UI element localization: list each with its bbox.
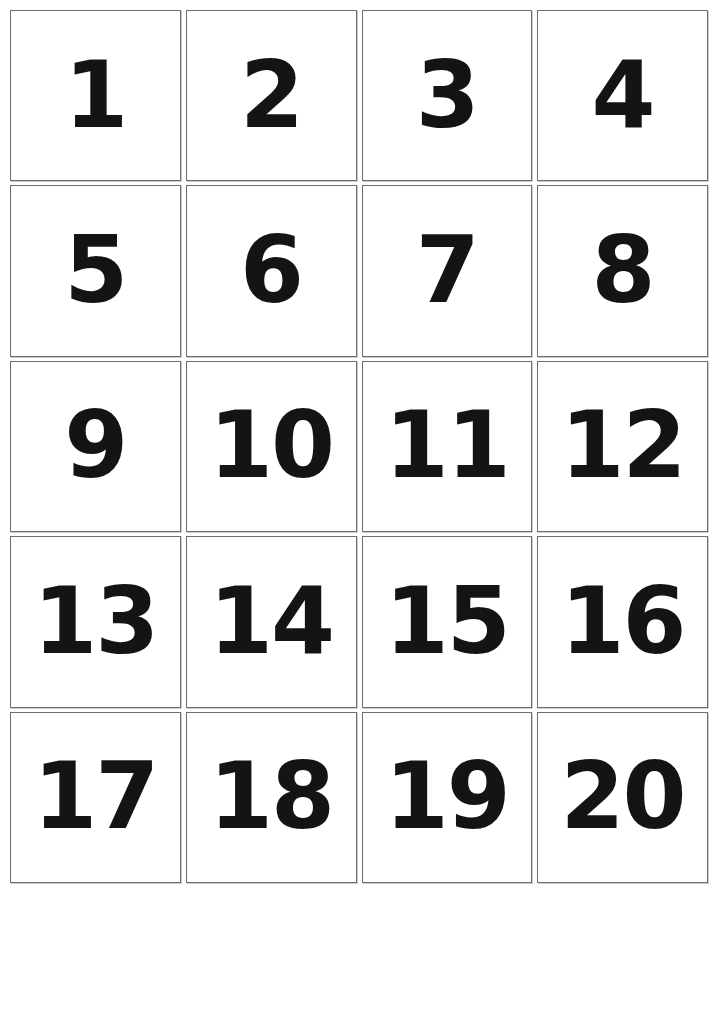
number-card-20: 20 bbox=[537, 712, 708, 883]
card-number: 3 bbox=[416, 50, 478, 142]
card-number: 7 bbox=[416, 225, 478, 317]
number-card-1: 1 bbox=[10, 10, 181, 181]
number-card-14: 14 bbox=[186, 536, 357, 707]
card-number: 1 bbox=[64, 50, 126, 142]
card-number: 10 bbox=[209, 400, 333, 492]
card-number: 5 bbox=[64, 225, 126, 317]
number-card-15: 15 bbox=[362, 536, 533, 707]
card-number: 9 bbox=[64, 400, 126, 492]
card-number: 11 bbox=[385, 400, 509, 492]
number-card-grid: 1234567891011121314151617181920 bbox=[10, 10, 708, 883]
card-number: 20 bbox=[561, 751, 685, 843]
card-number: 18 bbox=[209, 751, 333, 843]
number-card-12: 12 bbox=[537, 361, 708, 532]
number-card-5: 5 bbox=[10, 185, 181, 356]
number-card-9: 9 bbox=[10, 361, 181, 532]
number-card-19: 19 bbox=[362, 712, 533, 883]
card-number: 8 bbox=[592, 225, 654, 317]
card-number: 17 bbox=[33, 751, 157, 843]
number-card-6: 6 bbox=[186, 185, 357, 356]
number-card-8: 8 bbox=[537, 185, 708, 356]
number-card-4: 4 bbox=[537, 10, 708, 181]
card-number: 2 bbox=[240, 50, 302, 142]
card-number: 6 bbox=[240, 225, 302, 317]
number-card-3: 3 bbox=[362, 10, 533, 181]
card-number: 12 bbox=[561, 400, 685, 492]
card-number: 19 bbox=[385, 751, 509, 843]
number-card-11: 11 bbox=[362, 361, 533, 532]
number-card-16: 16 bbox=[537, 536, 708, 707]
number-card-18: 18 bbox=[186, 712, 357, 883]
number-card-10: 10 bbox=[186, 361, 357, 532]
flashcard-sheet: 1234567891011121314151617181920 bbox=[0, 0, 724, 1024]
number-card-7: 7 bbox=[362, 185, 533, 356]
number-card-17: 17 bbox=[10, 712, 181, 883]
card-number: 4 bbox=[592, 50, 654, 142]
number-card-2: 2 bbox=[186, 10, 357, 181]
card-number: 16 bbox=[561, 576, 685, 668]
number-card-13: 13 bbox=[10, 536, 181, 707]
card-number: 14 bbox=[209, 576, 333, 668]
card-number: 13 bbox=[33, 576, 157, 668]
card-number: 15 bbox=[385, 576, 509, 668]
